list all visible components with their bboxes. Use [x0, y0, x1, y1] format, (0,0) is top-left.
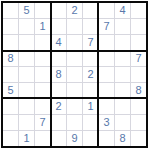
- cell-r3c6[interactable]: 7: [83, 35, 98, 50]
- box-divider-horizontal-2: [3, 97, 146, 99]
- cell-r7c9[interactable]: [131, 99, 146, 114]
- cell-r7c2[interactable]: [19, 99, 34, 114]
- cell-r2c1[interactable]: [3, 19, 18, 34]
- cell-r7c6[interactable]: 1: [83, 99, 98, 114]
- cell-r1c7[interactable]: [99, 3, 114, 18]
- cell-r6c2[interactable]: [19, 83, 34, 98]
- sudoku-grid: 52417478782582173198: [3, 3, 146, 146]
- cell-r3c7[interactable]: [99, 35, 114, 50]
- cell-r5c6[interactable]: 2: [83, 67, 98, 82]
- cell-r1c6[interactable]: [83, 3, 98, 18]
- cell-r7c4[interactable]: 2: [51, 99, 66, 114]
- cell-r3c9[interactable]: [131, 35, 146, 50]
- cell-r8c6[interactable]: [83, 115, 98, 130]
- cell-r2c7[interactable]: 7: [99, 19, 114, 34]
- cell-r2c9[interactable]: [131, 19, 146, 34]
- cell-r5c7[interactable]: [99, 67, 114, 82]
- box-divider-horizontal-1: [3, 50, 146, 52]
- cell-r3c4[interactable]: 4: [51, 35, 66, 50]
- cell-r5c8[interactable]: [115, 67, 130, 82]
- cell-r9c5[interactable]: 9: [67, 131, 82, 146]
- cell-r3c5[interactable]: [67, 35, 82, 50]
- cell-r8c7[interactable]: 3: [99, 115, 114, 130]
- cell-r1c2[interactable]: 5: [19, 3, 34, 18]
- cell-r9c2[interactable]: 1: [19, 131, 34, 146]
- cell-r4c2[interactable]: [19, 51, 34, 66]
- cell-r1c3[interactable]: [35, 3, 50, 18]
- cell-r4c9[interactable]: 7: [131, 51, 146, 66]
- cell-r9c9[interactable]: [131, 131, 146, 146]
- cell-r9c1[interactable]: [3, 131, 18, 146]
- cell-r6c6[interactable]: [83, 83, 98, 98]
- cell-r7c7[interactable]: [99, 99, 114, 114]
- cell-r1c1[interactable]: [3, 3, 18, 18]
- cell-r6c7[interactable]: [99, 83, 114, 98]
- cell-r1c9[interactable]: [131, 3, 146, 18]
- cell-r4c3[interactable]: [35, 51, 50, 66]
- cell-r7c8[interactable]: [115, 99, 130, 114]
- cell-r2c6[interactable]: [83, 19, 98, 34]
- cell-r8c4[interactable]: [51, 115, 66, 130]
- cell-r4c7[interactable]: [99, 51, 114, 66]
- cell-r9c6[interactable]: [83, 131, 98, 146]
- cell-r6c4[interactable]: [51, 83, 66, 98]
- cell-r5c3[interactable]: [35, 67, 50, 82]
- cell-r1c5[interactable]: 2: [67, 3, 82, 18]
- cell-r4c5[interactable]: [67, 51, 82, 66]
- cell-r2c8[interactable]: [115, 19, 130, 34]
- cell-r7c3[interactable]: [35, 99, 50, 114]
- cell-r2c5[interactable]: [67, 19, 82, 34]
- cell-r5c4[interactable]: 8: [51, 67, 66, 82]
- cell-r9c4[interactable]: [51, 131, 66, 146]
- cell-r7c5[interactable]: [67, 99, 82, 114]
- cell-r2c4[interactable]: [51, 19, 66, 34]
- cell-r8c1[interactable]: [3, 115, 18, 130]
- cell-r3c2[interactable]: [19, 35, 34, 50]
- cell-r8c2[interactable]: [19, 115, 34, 130]
- cell-r5c1[interactable]: [3, 67, 18, 82]
- cell-r6c9[interactable]: 8: [131, 83, 146, 98]
- cell-r5c2[interactable]: [19, 67, 34, 82]
- box-divider-vertical-1: [50, 3, 52, 146]
- box-divider-vertical-2: [97, 3, 99, 146]
- cell-r9c8[interactable]: 8: [115, 131, 130, 146]
- cell-r6c1[interactable]: 5: [3, 83, 18, 98]
- cell-r3c8[interactable]: [115, 35, 130, 50]
- cell-r1c8[interactable]: 4: [115, 3, 130, 18]
- cell-r8c9[interactable]: [131, 115, 146, 130]
- cell-r8c3[interactable]: 7: [35, 115, 50, 130]
- cell-r9c7[interactable]: [99, 131, 114, 146]
- cell-r5c9[interactable]: [131, 67, 146, 82]
- cell-r7c1[interactable]: [3, 99, 18, 114]
- cell-r4c1[interactable]: 8: [3, 51, 18, 66]
- cell-r2c3[interactable]: 1: [35, 19, 50, 34]
- cell-r8c5[interactable]: [67, 115, 82, 130]
- cell-r1c4[interactable]: [51, 3, 66, 18]
- cell-r4c8[interactable]: [115, 51, 130, 66]
- cell-r6c3[interactable]: [35, 83, 50, 98]
- cell-r6c8[interactable]: [115, 83, 130, 98]
- cell-r3c3[interactable]: [35, 35, 50, 50]
- cell-r2c2[interactable]: [19, 19, 34, 34]
- sudoku-board: 52417478782582173198: [1, 1, 148, 148]
- cell-r5c5[interactable]: [67, 67, 82, 82]
- cell-r3c1[interactable]: [3, 35, 18, 50]
- cell-r4c4[interactable]: [51, 51, 66, 66]
- cell-r4c6[interactable]: [83, 51, 98, 66]
- cell-r6c5[interactable]: [67, 83, 82, 98]
- cell-r9c3[interactable]: [35, 131, 50, 146]
- cell-r8c8[interactable]: [115, 115, 130, 130]
